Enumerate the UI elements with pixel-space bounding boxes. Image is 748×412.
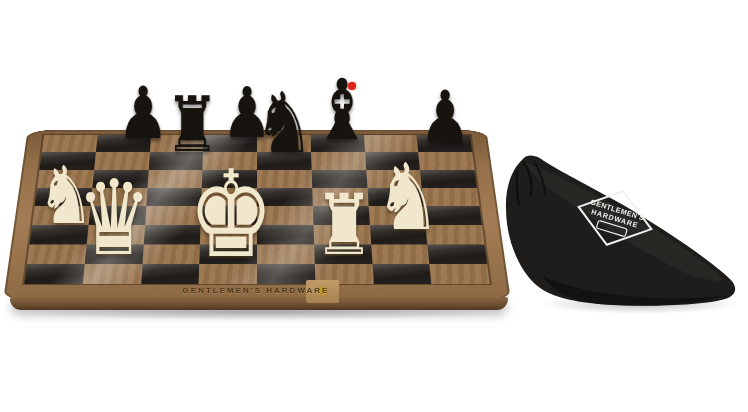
red-dot: [348, 82, 356, 90]
drawstring-bag: GENTLEMEN'S HARDWARE: [503, 146, 748, 316]
white-knight-g2[interactable]: ♞: [375, 152, 441, 244]
board-engraving: GENTLEMEN'S HARDWARE: [146, 287, 366, 300]
black-pawn-b8[interactable]: ♟: [117, 77, 169, 149]
black-bishop-f8[interactable]: ♝: [312, 68, 372, 152]
black-pawn-h8[interactable]: ♟: [419, 81, 471, 153]
white-king-d1[interactable]: ♚: [188, 155, 274, 275]
product-photo: ❋ GENTLEMEN'S HARDWARE ♟♟♝♟♜♞♞♞♛♚♜ GENTL…: [0, 0, 748, 412]
white-rook-f1[interactable]: ♜: [314, 183, 374, 267]
square-g1[interactable]: [372, 264, 432, 284]
square-h1[interactable]: [430, 264, 490, 284]
white-queen-b1[interactable]: ♛: [77, 166, 152, 270]
square-a1[interactable]: [24, 264, 84, 284]
